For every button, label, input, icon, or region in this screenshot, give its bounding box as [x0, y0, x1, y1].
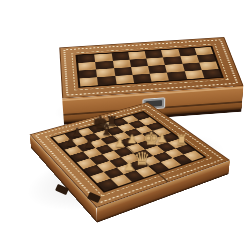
- lid-cell: [115, 75, 134, 84]
- lid-cell: [132, 74, 151, 83]
- lid-cell: [131, 66, 150, 75]
- white-king: ♚: [143, 130, 159, 148]
- lid-cell: [184, 70, 204, 79]
- closed-chess-box: [59, 37, 243, 98]
- white-pawn: ♟: [124, 160, 136, 173]
- product-photo-scene: ♟♚♜♟♝♟♟♟♚♟♜♟♛: [0, 0, 250, 250]
- black-pawn: ♟: [65, 136, 76, 148]
- lid-checker-grid: [78, 47, 222, 86]
- lid-cell: [165, 64, 184, 73]
- white-rook: ♜: [175, 132, 188, 146]
- lid-cell: [97, 76, 116, 85]
- black-bishop: ♝: [100, 122, 113, 137]
- black-pawn: ♟: [84, 138, 95, 150]
- lid-cell: [95, 61, 113, 70]
- lid-cell: [114, 67, 133, 76]
- white-pawn: ♟: [127, 133, 138, 145]
- lid-cell: [199, 61, 219, 70]
- lid-cell: [201, 69, 221, 78]
- lid-cell: [150, 73, 169, 82]
- board-cell: [184, 151, 204, 161]
- lid-cell: [112, 60, 130, 69]
- lid-cell: [148, 65, 167, 74]
- lid-cell: [80, 77, 99, 86]
- lid-cell: [78, 62, 96, 71]
- lid-cell: [96, 68, 115, 77]
- white-pawn: ♟: [115, 137, 126, 149]
- white-queen: ♛: [134, 150, 150, 168]
- lid-cell: [79, 69, 97, 78]
- lid-cell: [167, 71, 187, 80]
